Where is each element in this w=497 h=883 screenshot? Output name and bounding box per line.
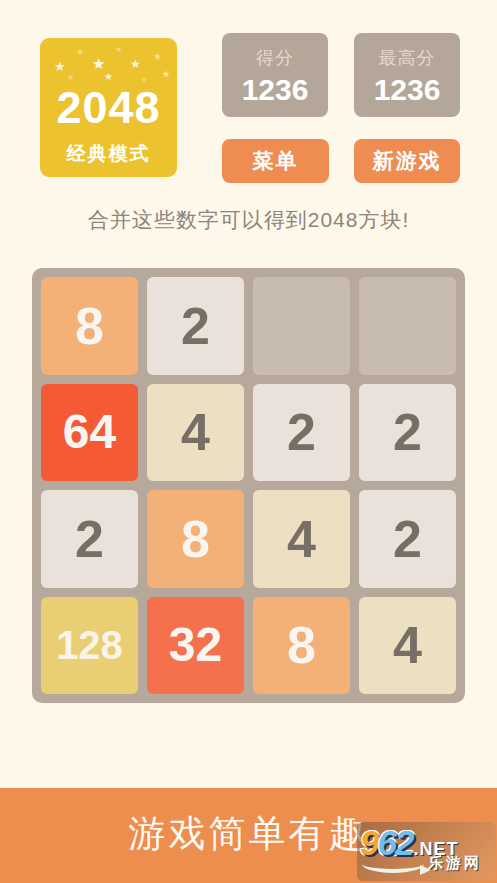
tile-4: 4 [147,384,244,482]
star-icon: ★ [54,60,66,73]
star-icon: ★ [104,72,113,82]
2048-app: ★★★★★★★★★★ 2048 经典模式 得分 1236 最高分 1236 菜单… [0,0,497,883]
star-icon: ★ [67,74,74,82]
empty-cell [253,277,350,375]
star-icon: ★ [76,48,84,57]
tile-8: 8 [147,490,244,588]
tile-2: 2 [147,277,244,375]
logo-title: 2048 [40,82,177,134]
watermark-962net-logo: 9 62 .NET 乐游网 [357,822,496,881]
best-score-label: 最高分 [354,46,460,70]
best-score-value: 1236 [354,73,460,107]
star-icon: ★ [92,56,105,71]
tile-32: 32 [147,597,244,695]
new-game-button[interactable]: 新游戏 [354,139,460,183]
star-icon: ★ [153,52,162,62]
tile-8: 8 [41,277,138,375]
tile-8: 8 [253,597,350,695]
tile-4: 4 [253,490,350,588]
swoosh-arrow-icon [362,855,424,873]
tile-2: 2 [359,384,456,482]
tile-2: 2 [359,490,456,588]
board[interactable]: 826442228421283284 [32,268,465,703]
star-icon: ★ [130,58,141,70]
tile-2: 2 [41,490,138,588]
tile-2: 2 [253,384,350,482]
score-label: 得分 [222,46,328,70]
logo-subtitle: 经典模式 [40,141,177,167]
instruction-text: 合并这些数字可以得到2048方块! [0,206,497,234]
score-value: 1236 [222,73,328,107]
best-score-box: 最高分 1236 [354,33,460,117]
menu-button[interactable]: 菜单 [222,139,329,183]
empty-cell [359,277,456,375]
tile-128: 128 [41,597,138,695]
tile-64: 64 [41,384,138,482]
score-box: 得分 1236 [222,33,328,117]
game-logo: ★★★★★★★★★★ 2048 经典模式 [40,38,177,177]
tile-4: 4 [359,597,456,695]
star-icon: ★ [115,46,122,54]
star-icon: ★ [162,70,170,79]
watermark-site-name: 乐游网 [428,854,482,873]
